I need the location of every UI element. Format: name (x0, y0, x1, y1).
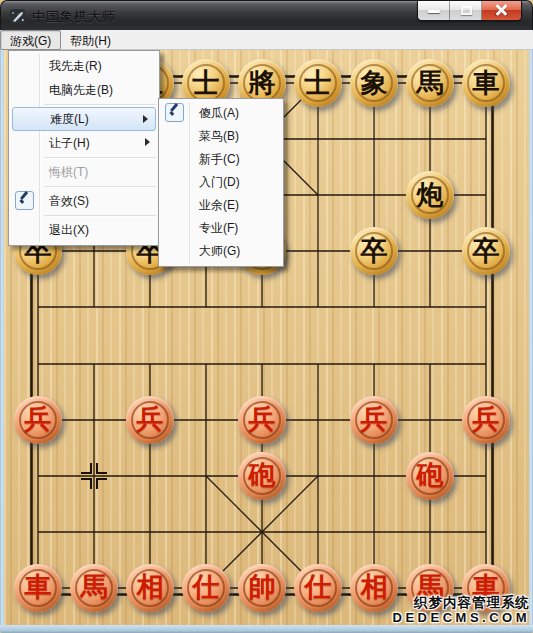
piece-red-chariot[interactable]: 車 (14, 564, 62, 612)
piece-glyph: 兵 (25, 405, 52, 432)
watermark-line1: 织梦内容管理系统 (393, 596, 530, 611)
piece-red-soldier[interactable]: 兵 (126, 396, 174, 444)
piece-glyph: 兵 (473, 405, 500, 432)
menu-separator (44, 186, 156, 187)
piece-red-cannon[interactable]: 砲 (238, 452, 286, 500)
menu-item-rookie[interactable]: 菜鸟(B) (161, 125, 281, 148)
piece-glyph: 仕 (305, 573, 332, 600)
menu-item-exit[interactable]: 退出(X) (11, 218, 157, 242)
menu-item-label: 让子(H) (49, 135, 90, 152)
menu-item-label: 入门(D) (199, 174, 240, 191)
piece-glyph: 兵 (137, 405, 164, 432)
piece-glyph: 卒 (473, 237, 500, 264)
menu-item-professional[interactable]: 专业(F) (161, 217, 281, 240)
piece-black-advisor[interactable]: 士 (294, 59, 342, 107)
piece-red-soldier[interactable]: 兵 (238, 396, 286, 444)
piece-black-soldier[interactable]: 卒 (350, 227, 398, 275)
minimize-icon (428, 10, 440, 13)
piece-glyph: 相 (137, 573, 164, 600)
menu-item-handicap[interactable]: 让子(H) (11, 131, 157, 155)
submenu-arrow-icon (145, 138, 150, 146)
menu-item-label: 新手(C) (199, 151, 240, 168)
piece-red-soldier[interactable]: 兵 (350, 396, 398, 444)
menu-item-label: 菜鸟(B) (199, 128, 239, 145)
piece-glyph: 馬 (417, 69, 444, 96)
window-border-bottom (0, 625, 533, 633)
title-bar[interactable]: 中国象棋大师 (0, 0, 533, 30)
checkmark-icon (15, 191, 34, 210)
menu-item-label: 悔棋(T) (49, 164, 88, 181)
checkmark-icon (165, 103, 184, 122)
maximize-button[interactable] (450, 1, 482, 20)
app-icon (9, 8, 26, 25)
menu-item-label: 电脑先走(B) (49, 82, 113, 99)
menu-separator (44, 157, 156, 158)
watermark-line2: DEDECMS.COM (393, 611, 530, 625)
minimize-button[interactable] (418, 1, 450, 20)
piece-glyph: 卒 (361, 237, 388, 264)
maximize-icon (461, 6, 472, 15)
piece-black-soldier[interactable]: 卒 (462, 227, 510, 275)
menu-item-label: 业余(E) (199, 197, 239, 214)
menu-item-label: 难度(L) (50, 111, 89, 128)
menu-item-label: 专业(F) (199, 220, 238, 237)
piece-glyph: 炮 (417, 181, 444, 208)
menu-item-novice[interactable]: 新手(C) (161, 148, 281, 171)
piece-red-elephant[interactable]: 相 (350, 564, 398, 612)
menu-item-sound[interactable]: 音效(S) (11, 189, 157, 213)
menubar-item-help[interactable]: 帮助(H) (61, 30, 120, 50)
menu-item-master[interactable]: 大师(G) (161, 240, 281, 263)
piece-glyph: 士 (193, 69, 220, 96)
menu-item-label: 傻瓜(A) (199, 105, 239, 122)
menu-item-computer-first[interactable]: 电脑先走(B) (11, 78, 157, 102)
menu-item-label: 退出(X) (49, 222, 89, 239)
watermark: 织梦内容管理系统 DEDECMS.COM (393, 596, 530, 625)
piece-red-soldier[interactable]: 兵 (14, 396, 62, 444)
app-window: 中国象棋大师 游戏(G) 帮助(H) 車馬象士將士象馬車炮炮卒卒卒卒卒兵兵兵兵兵… (0, 0, 533, 633)
piece-glyph: 砲 (417, 461, 444, 488)
menu-item-undo-move: 悔棋(T) (11, 160, 157, 184)
caption-buttons (417, 1, 522, 21)
menu-item-label: 我先走(R) (49, 58, 102, 75)
game-menu: 我先走(R)电脑先走(B)难度(L)让子(H)悔棋(T)音效(S)退出(X) (8, 50, 160, 246)
piece-glyph: 仕 (193, 573, 220, 600)
menu-item-fool[interactable]: 傻瓜(A) (161, 102, 281, 125)
piece-glyph: 兵 (249, 405, 276, 432)
window-title: 中国象棋大师 (32, 8, 116, 26)
close-icon (495, 4, 507, 16)
piece-red-cannon[interactable]: 砲 (406, 452, 454, 500)
close-button[interactable] (482, 1, 521, 20)
piece-glyph: 相 (361, 573, 388, 600)
window-border-right (529, 50, 533, 625)
menu-item-amateur[interactable]: 业余(E) (161, 194, 281, 217)
menu-separator (44, 104, 156, 105)
menu-item-beginner[interactable]: 入门(D) (161, 171, 281, 194)
piece-glyph: 砲 (249, 461, 276, 488)
piece-glyph: 車 (25, 573, 52, 600)
last-move-marker (81, 463, 107, 489)
piece-glyph: 車 (473, 69, 500, 96)
piece-red-advisor[interactable]: 仕 (182, 564, 230, 612)
piece-red-elephant[interactable]: 相 (126, 564, 174, 612)
menu-item-label: 大师(G) (199, 243, 240, 260)
piece-glyph: 馬 (81, 573, 108, 600)
piece-glyph: 兵 (361, 405, 388, 432)
menu-separator (44, 215, 156, 216)
piece-red-general[interactable]: 帥 (238, 564, 286, 612)
piece-black-cannon[interactable]: 炮 (406, 171, 454, 219)
menubar-item-game[interactable]: 游戏(G) (0, 30, 61, 50)
submenu-arrow-icon (143, 115, 148, 123)
piece-red-soldier[interactable]: 兵 (462, 396, 510, 444)
piece-glyph: 象 (361, 69, 388, 96)
piece-black-chariot[interactable]: 車 (462, 59, 510, 107)
piece-glyph: 將 (249, 69, 276, 96)
piece-glyph: 帥 (249, 573, 276, 600)
difficulty-submenu: 傻瓜(A)菜鸟(B)新手(C)入门(D)业余(E)专业(F)大师(G) (158, 98, 284, 267)
piece-glyph: 士 (305, 69, 332, 96)
piece-red-horse[interactable]: 馬 (70, 564, 118, 612)
menu-item-difficulty[interactable]: 难度(L) (12, 107, 156, 131)
menu-bar: 游戏(G) 帮助(H) (0, 30, 533, 50)
piece-black-horse[interactable]: 馬 (406, 59, 454, 107)
menu-item-i-go-first[interactable]: 我先走(R) (11, 54, 157, 78)
piece-red-advisor[interactable]: 仕 (294, 564, 342, 612)
window-border-left (0, 50, 4, 625)
menu-item-label: 音效(S) (49, 193, 89, 210)
piece-black-elephant[interactable]: 象 (350, 59, 398, 107)
